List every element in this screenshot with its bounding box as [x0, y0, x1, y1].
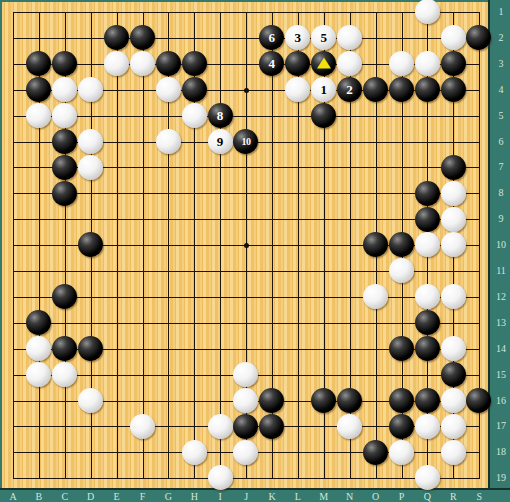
intersection-D18[interactable] [78, 439, 104, 465]
intersection-J10[interactable] [233, 232, 259, 258]
intersection-E12[interactable] [104, 284, 130, 310]
intersection-M11[interactable] [311, 258, 337, 284]
intersection-D17[interactable] [78, 413, 104, 439]
intersection-J13[interactable] [233, 310, 259, 336]
intersection-G1[interactable] [155, 0, 181, 25]
intersection-I8[interactable] [207, 180, 233, 206]
intersection-P17[interactable] [388, 413, 414, 439]
intersection-B1[interactable] [26, 0, 52, 25]
intersection-I2[interactable] [207, 25, 233, 51]
intersection-K6[interactable] [259, 128, 285, 154]
intersection-A7[interactable] [0, 154, 26, 180]
intersection-B6[interactable] [26, 128, 52, 154]
intersection-C16[interactable] [52, 387, 78, 413]
intersection-F13[interactable] [129, 310, 155, 336]
intersection-P10[interactable] [388, 232, 414, 258]
intersection-C7[interactable] [52, 154, 78, 180]
intersection-Q11[interactable] [414, 258, 440, 284]
intersection-N12[interactable] [337, 284, 363, 310]
intersection-Q3[interactable] [414, 51, 440, 77]
intersection-E1[interactable] [104, 0, 130, 25]
intersection-L3[interactable] [285, 51, 311, 77]
intersection-K18[interactable] [259, 439, 285, 465]
intersection-O7[interactable] [362, 154, 388, 180]
intersection-Q9[interactable] [414, 206, 440, 232]
intersection-F17[interactable] [129, 413, 155, 439]
intersection-O8[interactable] [362, 180, 388, 206]
intersection-D5[interactable] [78, 103, 104, 129]
intersection-H12[interactable] [181, 284, 207, 310]
intersection-H4[interactable] [181, 77, 207, 103]
intersection-O4[interactable] [362, 77, 388, 103]
intersection-H5[interactable] [181, 103, 207, 129]
intersection-M9[interactable] [311, 206, 337, 232]
intersection-D1[interactable] [78, 0, 104, 25]
intersection-P14[interactable] [388, 336, 414, 362]
intersection-Q15[interactable] [414, 361, 440, 387]
intersection-I6[interactable]: 9 [207, 128, 233, 154]
intersection-M7[interactable] [311, 154, 337, 180]
intersection-D4[interactable] [78, 77, 104, 103]
intersection-G15[interactable] [155, 361, 181, 387]
intersection-N1[interactable] [337, 0, 363, 25]
intersection-J6[interactable]: 10 [233, 128, 259, 154]
intersection-D2[interactable] [78, 25, 104, 51]
intersection-L13[interactable] [285, 310, 311, 336]
intersection-L6[interactable] [285, 128, 311, 154]
intersection-K14[interactable] [259, 336, 285, 362]
intersection-F18[interactable] [129, 439, 155, 465]
intersection-H9[interactable] [181, 206, 207, 232]
intersection-G11[interactable] [155, 258, 181, 284]
intersection-R7[interactable] [440, 154, 466, 180]
intersection-P7[interactable] [388, 154, 414, 180]
intersection-C8[interactable] [52, 180, 78, 206]
intersection-H18[interactable] [181, 439, 207, 465]
intersection-B13[interactable] [26, 310, 52, 336]
intersection-Q8[interactable] [414, 180, 440, 206]
intersection-D11[interactable] [78, 258, 104, 284]
intersection-B4[interactable] [26, 77, 52, 103]
intersection-G16[interactable] [155, 387, 181, 413]
intersection-C3[interactable] [52, 51, 78, 77]
intersection-O13[interactable] [362, 310, 388, 336]
intersection-N7[interactable] [337, 154, 363, 180]
intersection-H15[interactable] [181, 361, 207, 387]
intersection-L16[interactable] [285, 387, 311, 413]
intersection-D6[interactable] [78, 128, 104, 154]
intersection-C17[interactable] [52, 413, 78, 439]
intersection-C6[interactable] [52, 128, 78, 154]
intersection-B9[interactable] [26, 206, 52, 232]
intersection-B12[interactable] [26, 284, 52, 310]
intersection-G14[interactable] [155, 336, 181, 362]
intersection-Q12[interactable] [414, 284, 440, 310]
intersection-I14[interactable] [207, 336, 233, 362]
intersection-F3[interactable] [129, 51, 155, 77]
intersection-E16[interactable] [104, 387, 130, 413]
intersection-I3[interactable] [207, 51, 233, 77]
intersection-C4[interactable] [52, 77, 78, 103]
intersection-O14[interactable] [362, 336, 388, 362]
intersection-A15[interactable] [0, 361, 26, 387]
intersection-G2[interactable] [155, 25, 181, 51]
intersection-M6[interactable] [311, 128, 337, 154]
intersection-A9[interactable] [0, 206, 26, 232]
intersection-A16[interactable] [0, 387, 26, 413]
intersection-N4[interactable]: 2 [337, 77, 363, 103]
intersection-L1[interactable] [285, 0, 311, 25]
intersection-M2[interactable]: 5 [311, 25, 337, 51]
intersection-E14[interactable] [104, 336, 130, 362]
intersection-P12[interactable] [388, 284, 414, 310]
intersection-E13[interactable] [104, 310, 130, 336]
intersection-K8[interactable] [259, 180, 285, 206]
intersection-G12[interactable] [155, 284, 181, 310]
intersection-I9[interactable] [207, 206, 233, 232]
intersection-P13[interactable] [388, 310, 414, 336]
intersection-K5[interactable] [259, 103, 285, 129]
intersection-G17[interactable] [155, 413, 181, 439]
intersection-F12[interactable] [129, 284, 155, 310]
intersection-O5[interactable] [362, 103, 388, 129]
intersection-A8[interactable] [0, 180, 26, 206]
intersection-G7[interactable] [155, 154, 181, 180]
intersection-M3[interactable] [311, 51, 337, 77]
intersection-R10[interactable] [440, 232, 466, 258]
intersection-J11[interactable] [233, 258, 259, 284]
intersection-P9[interactable] [388, 206, 414, 232]
intersection-R17[interactable] [440, 413, 466, 439]
intersection-M16[interactable] [311, 387, 337, 413]
intersection-P18[interactable] [388, 439, 414, 465]
intersection-E18[interactable] [104, 439, 130, 465]
intersection-J9[interactable] [233, 206, 259, 232]
intersection-K3[interactable]: 4 [259, 51, 285, 77]
intersection-H10[interactable] [181, 232, 207, 258]
intersection-G10[interactable] [155, 232, 181, 258]
intersection-E15[interactable] [104, 361, 130, 387]
intersection-Q2[interactable] [414, 25, 440, 51]
intersection-G5[interactable] [155, 103, 181, 129]
intersection-J5[interactable] [233, 103, 259, 129]
intersection-P11[interactable] [388, 258, 414, 284]
intersection-N17[interactable] [337, 413, 363, 439]
intersection-A5[interactable] [0, 103, 26, 129]
intersection-L9[interactable] [285, 206, 311, 232]
intersection-E9[interactable] [104, 206, 130, 232]
intersection-N18[interactable] [337, 439, 363, 465]
intersection-C11[interactable] [52, 258, 78, 284]
intersection-B8[interactable] [26, 180, 52, 206]
intersection-D14[interactable] [78, 336, 104, 362]
intersection-N11[interactable] [337, 258, 363, 284]
intersection-O10[interactable] [362, 232, 388, 258]
intersection-L12[interactable] [285, 284, 311, 310]
intersection-Q13[interactable] [414, 310, 440, 336]
intersection-E3[interactable] [104, 51, 130, 77]
intersection-R15[interactable] [440, 361, 466, 387]
intersection-G8[interactable] [155, 180, 181, 206]
intersection-E5[interactable] [104, 103, 130, 129]
intersection-B15[interactable] [26, 361, 52, 387]
intersection-R4[interactable] [440, 77, 466, 103]
intersection-D13[interactable] [78, 310, 104, 336]
intersection-G13[interactable] [155, 310, 181, 336]
intersection-J15[interactable] [233, 361, 259, 387]
intersection-O11[interactable] [362, 258, 388, 284]
intersection-H17[interactable] [181, 413, 207, 439]
intersection-M12[interactable] [311, 284, 337, 310]
intersection-K7[interactable] [259, 154, 285, 180]
intersection-C13[interactable] [52, 310, 78, 336]
intersection-M1[interactable] [311, 0, 337, 25]
intersection-R3[interactable] [440, 51, 466, 77]
intersection-M13[interactable] [311, 310, 337, 336]
intersection-G18[interactable] [155, 439, 181, 465]
intersection-O12[interactable] [362, 284, 388, 310]
intersection-N6[interactable] [337, 128, 363, 154]
intersection-A1[interactable] [0, 0, 26, 25]
intersection-B10[interactable] [26, 232, 52, 258]
intersection-L17[interactable] [285, 413, 311, 439]
intersection-J4[interactable] [233, 77, 259, 103]
intersection-J2[interactable] [233, 25, 259, 51]
intersection-K13[interactable] [259, 310, 285, 336]
intersection-I4[interactable] [207, 77, 233, 103]
intersection-H16[interactable] [181, 387, 207, 413]
intersection-I18[interactable] [207, 439, 233, 465]
intersection-I17[interactable] [207, 413, 233, 439]
intersection-E17[interactable] [104, 413, 130, 439]
intersection-M14[interactable] [311, 336, 337, 362]
intersection-B5[interactable] [26, 103, 52, 129]
intersection-F9[interactable] [129, 206, 155, 232]
intersection-L11[interactable] [285, 258, 311, 284]
intersection-N15[interactable] [337, 361, 363, 387]
intersection-F15[interactable] [129, 361, 155, 387]
intersection-G9[interactable] [155, 206, 181, 232]
intersection-R11[interactable] [440, 258, 466, 284]
intersection-R8[interactable] [440, 180, 466, 206]
intersection-A2[interactable] [0, 25, 26, 51]
intersection-L5[interactable] [285, 103, 311, 129]
intersection-J16[interactable] [233, 387, 259, 413]
intersection-F11[interactable] [129, 258, 155, 284]
intersection-Q16[interactable] [414, 387, 440, 413]
intersection-R18[interactable] [440, 439, 466, 465]
intersection-A13[interactable] [0, 310, 26, 336]
intersection-H3[interactable] [181, 51, 207, 77]
intersection-I7[interactable] [207, 154, 233, 180]
intersection-N5[interactable] [337, 103, 363, 129]
intersection-J18[interactable] [233, 439, 259, 465]
intersection-H11[interactable] [181, 258, 207, 284]
intersection-P3[interactable] [388, 51, 414, 77]
intersection-D3[interactable] [78, 51, 104, 77]
intersection-M5[interactable] [311, 103, 337, 129]
intersection-A14[interactable] [0, 336, 26, 362]
intersection-K2[interactable]: 6 [259, 25, 285, 51]
intersection-F7[interactable] [129, 154, 155, 180]
intersection-Q7[interactable] [414, 154, 440, 180]
intersection-B14[interactable] [26, 336, 52, 362]
intersection-L2[interactable]: 3 [285, 25, 311, 51]
intersection-O6[interactable] [362, 128, 388, 154]
intersection-D8[interactable] [78, 180, 104, 206]
intersection-M8[interactable] [311, 180, 337, 206]
intersection-A11[interactable] [0, 258, 26, 284]
intersection-Q6[interactable] [414, 128, 440, 154]
intersection-P16[interactable] [388, 387, 414, 413]
intersection-D15[interactable] [78, 361, 104, 387]
intersection-L15[interactable] [285, 361, 311, 387]
intersection-R2[interactable] [440, 25, 466, 51]
intersection-Q4[interactable] [414, 77, 440, 103]
intersection-H2[interactable] [181, 25, 207, 51]
intersection-I11[interactable] [207, 258, 233, 284]
intersection-C10[interactable] [52, 232, 78, 258]
intersection-Q18[interactable] [414, 439, 440, 465]
intersection-P6[interactable] [388, 128, 414, 154]
intersection-R1[interactable] [440, 0, 466, 25]
intersection-M17[interactable] [311, 413, 337, 439]
intersection-F1[interactable] [129, 0, 155, 25]
intersection-H13[interactable] [181, 310, 207, 336]
intersection-D7[interactable] [78, 154, 104, 180]
intersection-D9[interactable] [78, 206, 104, 232]
intersection-A4[interactable] [0, 77, 26, 103]
intersection-P2[interactable] [388, 25, 414, 51]
intersection-C5[interactable] [52, 103, 78, 129]
intersection-N2[interactable] [337, 25, 363, 51]
intersection-N3[interactable] [337, 51, 363, 77]
intersection-Q1[interactable] [414, 0, 440, 25]
intersection-C15[interactable] [52, 361, 78, 387]
intersection-O1[interactable] [362, 0, 388, 25]
intersection-R9[interactable] [440, 206, 466, 232]
intersection-J3[interactable] [233, 51, 259, 77]
intersection-K9[interactable] [259, 206, 285, 232]
intersection-K15[interactable] [259, 361, 285, 387]
intersection-P1[interactable] [388, 0, 414, 25]
intersection-Q17[interactable] [414, 413, 440, 439]
intersection-B2[interactable] [26, 25, 52, 51]
intersection-Q14[interactable] [414, 336, 440, 362]
intersection-O18[interactable] [362, 439, 388, 465]
intersection-E8[interactable] [104, 180, 130, 206]
intersection-F14[interactable] [129, 336, 155, 362]
intersection-B17[interactable] [26, 413, 52, 439]
intersection-C1[interactable] [52, 0, 78, 25]
intersection-F4[interactable] [129, 77, 155, 103]
intersection-A17[interactable] [0, 413, 26, 439]
intersection-O16[interactable] [362, 387, 388, 413]
intersection-R16[interactable] [440, 387, 466, 413]
intersection-B16[interactable] [26, 387, 52, 413]
intersection-A10[interactable] [0, 232, 26, 258]
intersection-A18[interactable] [0, 439, 26, 465]
intersection-H6[interactable] [181, 128, 207, 154]
intersection-K16[interactable] [259, 387, 285, 413]
intersection-I1[interactable] [207, 0, 233, 25]
intersection-P8[interactable] [388, 180, 414, 206]
intersection-N16[interactable] [337, 387, 363, 413]
intersection-P15[interactable] [388, 361, 414, 387]
intersection-E4[interactable] [104, 77, 130, 103]
intersection-H8[interactable] [181, 180, 207, 206]
intersection-K4[interactable] [259, 77, 285, 103]
intersection-K1[interactable] [259, 0, 285, 25]
intersection-G6[interactable] [155, 128, 181, 154]
intersection-P5[interactable] [388, 103, 414, 129]
intersection-B3[interactable] [26, 51, 52, 77]
intersection-L14[interactable] [285, 336, 311, 362]
intersection-N13[interactable] [337, 310, 363, 336]
intersection-F16[interactable] [129, 387, 155, 413]
intersection-M18[interactable] [311, 439, 337, 465]
intersection-E7[interactable] [104, 154, 130, 180]
intersection-N14[interactable] [337, 336, 363, 362]
intersection-I12[interactable] [207, 284, 233, 310]
intersection-L8[interactable] [285, 180, 311, 206]
intersection-N8[interactable] [337, 180, 363, 206]
intersection-J14[interactable] [233, 336, 259, 362]
intersection-H7[interactable] [181, 154, 207, 180]
intersection-L7[interactable] [285, 154, 311, 180]
intersection-E10[interactable] [104, 232, 130, 258]
intersection-K17[interactable] [259, 413, 285, 439]
intersection-A3[interactable] [0, 51, 26, 77]
intersection-I5[interactable]: 8 [207, 103, 233, 129]
intersection-E2[interactable] [104, 25, 130, 51]
intersection-J1[interactable] [233, 0, 259, 25]
intersection-A6[interactable] [0, 128, 26, 154]
intersection-J8[interactable] [233, 180, 259, 206]
intersection-O3[interactable] [362, 51, 388, 77]
intersection-L4[interactable] [285, 77, 311, 103]
intersection-C9[interactable] [52, 206, 78, 232]
intersection-D16[interactable] [78, 387, 104, 413]
intersection-B7[interactable] [26, 154, 52, 180]
intersection-M4[interactable]: 1 [311, 77, 337, 103]
intersection-H14[interactable] [181, 336, 207, 362]
intersection-J7[interactable] [233, 154, 259, 180]
intersection-F10[interactable] [129, 232, 155, 258]
intersection-I15[interactable] [207, 361, 233, 387]
intersection-B11[interactable] [26, 258, 52, 284]
intersection-F5[interactable] [129, 103, 155, 129]
intersection-C18[interactable] [52, 439, 78, 465]
intersection-Q5[interactable] [414, 103, 440, 129]
intersection-F6[interactable] [129, 128, 155, 154]
intersection-L10[interactable] [285, 232, 311, 258]
intersection-M10[interactable] [311, 232, 337, 258]
intersection-R12[interactable] [440, 284, 466, 310]
intersection-A12[interactable] [0, 284, 26, 310]
intersection-H1[interactable] [181, 0, 207, 25]
intersection-Q10[interactable] [414, 232, 440, 258]
intersection-D12[interactable] [78, 284, 104, 310]
intersection-K11[interactable] [259, 258, 285, 284]
intersection-C12[interactable] [52, 284, 78, 310]
intersection-I13[interactable] [207, 310, 233, 336]
intersection-N9[interactable] [337, 206, 363, 232]
intersection-E11[interactable] [104, 258, 130, 284]
intersection-F2[interactable] [129, 25, 155, 51]
intersection-M15[interactable] [311, 361, 337, 387]
intersection-B18[interactable] [26, 439, 52, 465]
